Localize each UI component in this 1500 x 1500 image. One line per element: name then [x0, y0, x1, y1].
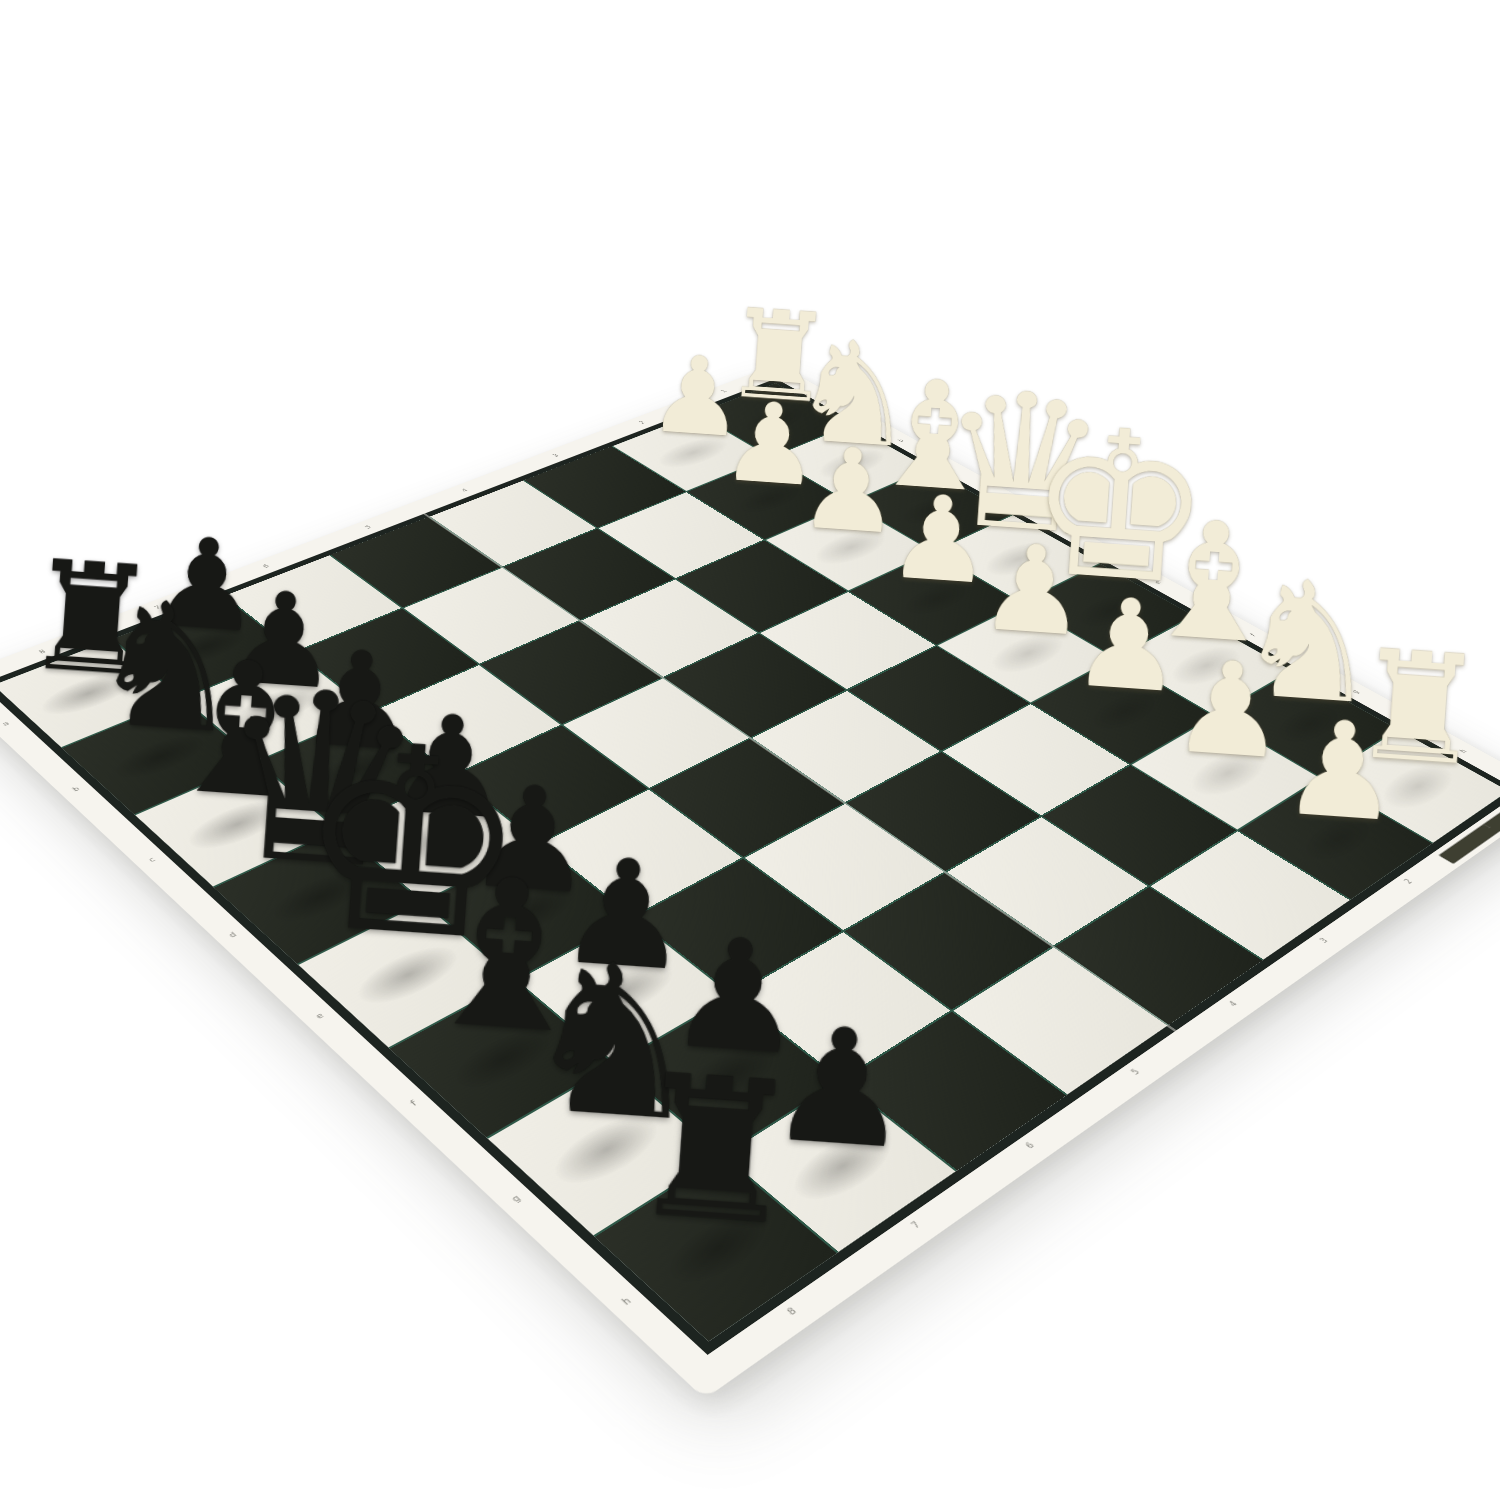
white-pawn[interactable]: ♟	[1069, 580, 1188, 711]
white-pawn[interactable]: ♟	[1278, 701, 1406, 841]
chess-mat: ♜♟♟♜♞♟♟♞♝♟♟♝♛♟♟♛♚♟♟♚♝♟♟♝♞♟♟♞♜♟♟♜ 8765432…	[0, 364, 1500, 1399]
coord-bottom-8: 8	[785, 1306, 798, 1317]
coord-bottom-3: 3	[1318, 937, 1330, 945]
coord-top-5: 5	[364, 525, 373, 530]
coord-bottom-6: 6	[1024, 1141, 1037, 1150]
coord-top-3: 3	[552, 453, 560, 457]
black-rook[interactable]: ♜	[622, 1047, 809, 1253]
coord-left-b: b	[71, 786, 81, 793]
board-scene: ♜♟♟♜♞♟♟♞♝♟♟♝♛♟♟♛♚♟♟♚♝♟♟♝♞♟♟♞♜♟♟♜ 8765432…	[0, 0, 1500, 1500]
square-h8[interactable]: ♜	[594, 1156, 836, 1341]
coord-left-c: c	[147, 856, 157, 863]
coord-bottom-7: 7	[910, 1220, 923, 1230]
coord-left-e: e	[314, 1012, 325, 1020]
coord-left-h: h	[620, 1296, 633, 1307]
coord-bottom-5: 5	[1129, 1068, 1141, 1077]
coord-left-g: g	[510, 1194, 523, 1204]
white-pawn[interactable]: ♟	[1168, 642, 1292, 778]
coord-bottom-2: 2	[1403, 878, 1414, 885]
coord-left-d: d	[227, 931, 238, 939]
coord-top-2: 2	[638, 421, 646, 425]
coord-bottom-4: 4	[1227, 1000, 1239, 1008]
coord-left-a: a	[1, 721, 11, 727]
board-grid: ♜♟♟♜♞♟♟♞♝♟♟♝♛♟♟♛♚♟♟♚♝♟♟♝♞♟♟♞♜♟♟♜	[0, 383, 1500, 1341]
coord-top-4: 4	[461, 488, 470, 493]
coord-left-f: f	[408, 1099, 420, 1108]
